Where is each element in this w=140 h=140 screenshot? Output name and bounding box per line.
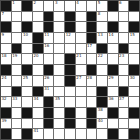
clue-number-4: 4 [76, 1, 79, 5]
cell-r8c2[interactable] [12, 76, 22, 86]
cell-r13c11-block [108, 129, 118, 139]
clue-number-36: 36 [108, 97, 113, 101]
cell-r4c2[interactable] [12, 33, 22, 43]
cell-r10c13[interactable] [129, 97, 139, 107]
cell-r8c1[interactable]: 24 [1, 76, 11, 86]
cell-r4c13[interactable]: 15 [129, 33, 139, 43]
cell-r2c4[interactable] [33, 12, 43, 22]
cell-r5c10-block [97, 44, 107, 54]
clue-number-22: 22 [98, 54, 103, 58]
cell-r1c2[interactable]: 1 [12, 1, 22, 11]
cell-r2c6[interactable] [54, 12, 64, 22]
cell-r6c10[interactable]: 22 [97, 54, 107, 64]
cell-r3c3-block [22, 22, 32, 32]
cell-r9c9[interactable] [87, 87, 97, 97]
cell-r8c11[interactable]: 29 [108, 76, 118, 86]
cell-r4c4-block [33, 33, 43, 43]
cell-r7c6[interactable] [54, 65, 64, 75]
clue-number-16: 16 [44, 44, 49, 48]
cell-r11c8[interactable] [76, 108, 86, 118]
cell-r7c7-block [65, 65, 75, 75]
cell-r6c6[interactable] [54, 54, 64, 64]
cell-r2c5-block [44, 12, 54, 22]
cell-r12c5-block [44, 119, 54, 129]
cell-r3c10[interactable] [97, 22, 107, 32]
clue-number-14: 14 [108, 33, 113, 37]
cell-r10c5-block [44, 97, 54, 107]
cell-r9c3[interactable] [22, 87, 32, 97]
cell-r5c9[interactable]: 17 [87, 44, 97, 54]
cell-r10c3[interactable] [22, 97, 32, 107]
cell-r11c2[interactable] [12, 108, 22, 118]
cell-r3c1-block [1, 22, 11, 32]
cell-r11c11-block [108, 108, 118, 118]
cell-r7c2[interactable] [12, 65, 22, 75]
cell-r9c1[interactable] [1, 87, 11, 97]
cell-r7c10[interactable] [97, 65, 107, 75]
cell-r13c8[interactable] [76, 129, 86, 139]
cell-r13c5[interactable] [44, 129, 54, 139]
cell-r1c9[interactable] [87, 1, 97, 11]
cell-r6c1[interactable]: 18 [1, 54, 11, 64]
cell-r11c10[interactable]: 38 [97, 108, 107, 118]
cell-r2c9-block [87, 12, 97, 22]
cell-r8c6[interactable] [54, 76, 64, 86]
cell-r11c9-block [87, 108, 97, 118]
cell-r3c11-block [108, 22, 118, 32]
cell-r4c11[interactable]: 14 [108, 33, 118, 43]
cell-r4c1[interactable]: 9 [1, 33, 11, 43]
cell-r9c8[interactable] [76, 87, 86, 97]
cell-r9c7[interactable] [65, 87, 75, 97]
clue-number-32: 32 [2, 97, 7, 101]
cell-r1c13-block [129, 1, 139, 11]
cell-r5c1[interactable] [1, 44, 11, 54]
cell-r3c4[interactable] [33, 22, 43, 32]
cell-r6c5[interactable] [44, 54, 54, 64]
clue-number-13: 13 [98, 33, 103, 37]
cell-r4c7[interactable]: 12 [65, 33, 75, 43]
cell-r8c4[interactable] [33, 76, 43, 86]
cell-r4c6[interactable] [54, 33, 64, 43]
cell-r5c8[interactable] [76, 44, 86, 54]
cell-r5c6[interactable] [54, 44, 64, 54]
cell-r9c10-block [97, 87, 107, 97]
cell-r13c1-block [1, 129, 11, 139]
cell-r8c3[interactable]: 25 [22, 76, 32, 86]
cell-r3c6[interactable] [54, 22, 64, 32]
cell-r1c3-block [22, 1, 32, 11]
clue-number-15: 15 [130, 33, 135, 37]
cell-r11c5-block [44, 108, 54, 118]
cell-r5c13[interactable] [129, 44, 139, 54]
cell-r13c13-block [129, 129, 139, 139]
cell-r13c9[interactable] [87, 129, 97, 139]
clue-number-12: 12 [66, 33, 71, 37]
cell-r8c13[interactable]: 30 [129, 76, 139, 86]
cell-r10c4[interactable]: 34 [33, 97, 43, 107]
cell-r10c10-block [97, 97, 107, 107]
cell-r5c11[interactable] [108, 44, 118, 54]
clue-number-2: 2 [34, 1, 37, 5]
cell-r8c5[interactable]: 26 [44, 76, 54, 86]
cell-r10c6[interactable]: 35 [54, 97, 64, 107]
clue-number-24: 24 [2, 76, 7, 80]
cell-r4c9-block [87, 33, 97, 43]
cell-r11c4[interactable] [33, 108, 43, 118]
clue-number-10: 10 [23, 33, 28, 37]
cell-r1c1-block [1, 1, 11, 11]
cell-r5c5[interactable]: 16 [44, 44, 54, 54]
cell-r13c2[interactable] [12, 129, 22, 139]
clue-number-28: 28 [87, 76, 92, 80]
clue-number-38: 38 [98, 108, 103, 112]
crossword-grid: 1234567891011121314151617181920212223242… [0, 0, 140, 140]
cell-r6c11[interactable] [108, 54, 118, 64]
crossword-page: 1234567891011121314151617181920212223242… [0, 0, 140, 140]
cell-r13c7[interactable] [65, 129, 75, 139]
cell-r1c4[interactable]: 2 [33, 1, 43, 11]
clue-number-35: 35 [55, 97, 60, 101]
cell-r12c7-block [65, 119, 75, 129]
cell-r6c12[interactable]: 23 [119, 54, 129, 64]
clue-number-29: 29 [108, 76, 113, 80]
cell-r1c7[interactable] [65, 1, 75, 11]
cell-r9c13[interactable] [129, 87, 139, 97]
cell-r12c13[interactable] [129, 119, 139, 129]
cell-r12c2[interactable] [12, 119, 22, 129]
cell-r6c8[interactable]: 21 [76, 54, 86, 64]
cell-r12c8[interactable] [76, 119, 86, 129]
cell-r13c3-block [22, 129, 32, 139]
cell-r10c12[interactable]: 37 [119, 97, 129, 107]
cell-r13c12[interactable] [119, 129, 129, 139]
clue-number-39: 39 [2, 119, 7, 123]
cell-r3c5-block [44, 22, 54, 32]
cell-r11c12[interactable] [119, 108, 129, 118]
cell-r9c5[interactable]: 31 [44, 87, 54, 97]
cell-r10c8[interactable] [76, 97, 86, 107]
cell-r3c2[interactable] [12, 22, 22, 32]
clue-number-3: 3 [55, 1, 58, 5]
cell-r4c3[interactable]: 10 [22, 33, 32, 43]
cell-r7c8[interactable] [76, 65, 86, 75]
clue-number-11: 11 [44, 33, 49, 37]
cell-r11c7-block [65, 108, 75, 118]
cell-r4c12[interactable] [119, 33, 129, 43]
cell-r2c13[interactable] [129, 12, 139, 22]
cell-r1c6[interactable]: 3 [54, 1, 64, 11]
cell-r11c6[interactable] [54, 108, 64, 118]
cell-r7c4[interactable] [33, 65, 43, 75]
cell-r2c12[interactable] [119, 12, 129, 22]
cell-r11c1-block [1, 108, 11, 118]
cell-r6c13[interactable] [129, 54, 139, 64]
cell-r3c8[interactable] [76, 22, 86, 32]
cell-r8c7-block [65, 76, 75, 86]
cell-r12c4[interactable] [33, 119, 43, 129]
clue-number-27: 27 [76, 76, 81, 80]
clue-number-26: 26 [44, 76, 49, 80]
clue-number-31: 31 [44, 87, 49, 91]
cell-r6c2[interactable]: 19 [12, 54, 22, 64]
cell-r8c12[interactable] [119, 76, 129, 86]
clue-number-37: 37 [119, 97, 124, 101]
cell-r5c3[interactable] [22, 44, 32, 54]
cell-r2c8[interactable] [76, 12, 86, 22]
clue-number-18: 18 [2, 54, 7, 58]
clue-number-6: 6 [119, 1, 122, 5]
clue-number-30: 30 [130, 76, 135, 80]
cell-r7c9-block [87, 65, 97, 75]
cell-r2c1[interactable]: 7 [1, 12, 11, 22]
clue-number-23: 23 [119, 54, 124, 58]
clue-number-34: 34 [34, 97, 39, 101]
cell-r9c11[interactable] [108, 87, 118, 97]
clue-number-40: 40 [98, 119, 103, 123]
cell-r13c4[interactable]: 41 [33, 129, 43, 139]
cell-r12c9-block [87, 119, 97, 129]
cell-r5c12-block [119, 44, 129, 54]
cell-r9c2-block [12, 87, 22, 97]
cell-r1c5[interactable] [44, 1, 54, 11]
clue-number-33: 33 [12, 97, 17, 101]
cell-r2c2[interactable] [12, 12, 22, 22]
cell-r9c6[interactable] [54, 87, 64, 97]
cell-r2c10[interactable]: 8 [97, 12, 107, 22]
cell-r7c5-block [44, 65, 54, 75]
cell-r7c13-block [129, 65, 139, 75]
cell-r12c11[interactable] [108, 119, 118, 129]
cell-r7c11-block [108, 65, 118, 75]
cell-r9c4-block [33, 87, 43, 97]
cell-r1c8[interactable]: 4 [76, 1, 86, 11]
clue-number-7: 7 [2, 12, 5, 16]
clue-number-9: 9 [2, 33, 5, 37]
cell-r2c11[interactable] [108, 12, 118, 22]
clue-number-20: 20 [34, 54, 39, 58]
cell-r10c9[interactable] [87, 97, 97, 107]
cell-r12c3[interactable] [22, 119, 32, 129]
cell-r6c9[interactable] [87, 54, 97, 64]
cell-r7c12[interactable] [119, 65, 129, 75]
cell-r5c7[interactable] [65, 44, 75, 54]
cell-r10c1[interactable]: 32 [1, 97, 11, 107]
cell-r11c13-block [129, 108, 139, 118]
cell-r5c4-block [33, 44, 43, 54]
cell-r4c8[interactable] [76, 33, 86, 43]
cell-r4c5[interactable]: 11 [44, 33, 54, 43]
cell-r13c6[interactable] [54, 129, 64, 139]
clue-number-1: 1 [12, 1, 15, 5]
cell-r11c3-block [22, 108, 32, 118]
cell-r8c9[interactable]: 28 [87, 76, 97, 86]
cell-r2c7-block [65, 12, 75, 22]
clue-number-5: 5 [98, 1, 101, 5]
clue-number-17: 17 [87, 44, 92, 48]
cell-r6c4[interactable]: 20 [33, 54, 43, 64]
cell-r12c10[interactable]: 40 [97, 119, 107, 129]
clue-number-41: 41 [34, 129, 39, 133]
cell-r13c10[interactable] [97, 129, 107, 139]
cell-r3c9-block [87, 22, 97, 32]
cell-r12c6[interactable] [54, 119, 64, 129]
cell-r1c10[interactable]: 5 [97, 1, 107, 11]
clue-number-25: 25 [23, 76, 28, 80]
cell-r3c12[interactable] [119, 22, 129, 32]
cell-r12c12[interactable] [119, 119, 129, 129]
cell-r3c13-block [129, 22, 139, 32]
cell-r10c2[interactable]: 33 [12, 97, 22, 107]
clue-number-19: 19 [12, 54, 17, 58]
cell-r7c3-block [22, 65, 32, 75]
clue-number-21: 21 [76, 54, 81, 58]
cell-r4c10[interactable]: 13 [97, 33, 107, 43]
cell-r5c2-block [12, 44, 22, 54]
cell-r1c12[interactable]: 6 [119, 1, 129, 11]
cell-r3c7-block [65, 22, 75, 32]
cell-r12c1[interactable]: 39 [1, 119, 11, 129]
cell-r10c7[interactable] [65, 97, 75, 107]
cell-r10c11[interactable]: 36 [108, 97, 118, 107]
cell-r6c7-block [65, 54, 75, 64]
cell-r7c1-block [1, 65, 11, 75]
clue-number-8: 8 [98, 12, 101, 16]
cell-r8c10[interactable] [97, 76, 107, 86]
cell-r6c3[interactable] [22, 54, 32, 64]
cell-r2c3[interactable] [22, 12, 32, 22]
cell-r1c11-block [108, 1, 118, 11]
cell-r9c12-block [119, 87, 129, 97]
cell-r8c8[interactable]: 27 [76, 76, 86, 86]
